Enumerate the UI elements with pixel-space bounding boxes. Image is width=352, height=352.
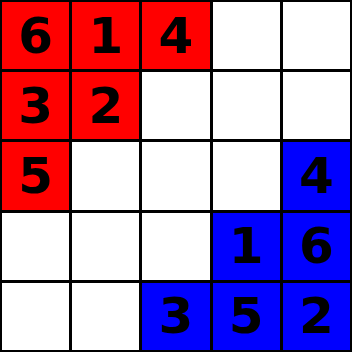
grid-cell-r3c2[interactable] xyxy=(72,142,139,209)
grid-cell-r5c5[interactable]: 2 xyxy=(283,283,350,350)
grid-cell-r2c1[interactable]: 3 xyxy=(2,72,69,139)
grid-cell-r4c3[interactable] xyxy=(142,213,209,280)
grid-cell-r1c3[interactable]: 4 xyxy=(142,2,209,69)
grid-cell-r3c3[interactable] xyxy=(142,142,209,209)
grid-cell-r5c1[interactable] xyxy=(2,283,69,350)
grid-cell-r5c2[interactable] xyxy=(72,283,139,350)
grid-cell-r4c4[interactable]: 1 xyxy=(213,213,280,280)
grid-cell-r5c4[interactable]: 5 xyxy=(213,283,280,350)
grid-cell-r3c1[interactable]: 5 xyxy=(2,142,69,209)
grid-cell-r3c4[interactable] xyxy=(213,142,280,209)
grid-cell-r4c1[interactable] xyxy=(2,213,69,280)
grid-cell-r2c4[interactable] xyxy=(213,72,280,139)
grid-cell-r4c2[interactable] xyxy=(72,213,139,280)
grid-cell-r1c2[interactable]: 1 xyxy=(72,2,139,69)
puzzle-board: 614325416352 xyxy=(0,0,352,352)
grid-cell-r1c5[interactable] xyxy=(283,2,350,69)
grid-cell-r1c1[interactable]: 6 xyxy=(2,2,69,69)
grid-cell-r1c4[interactable] xyxy=(213,2,280,69)
grid-cell-r3c5[interactable]: 4 xyxy=(283,142,350,209)
grid-cell-r4c5[interactable]: 6 xyxy=(283,213,350,280)
grid-cell-r2c5[interactable] xyxy=(283,72,350,139)
grid-cell-r5c3[interactable]: 3 xyxy=(142,283,209,350)
grid-cell-r2c2[interactable]: 2 xyxy=(72,72,139,139)
grid-cell-r2c3[interactable] xyxy=(142,72,209,139)
